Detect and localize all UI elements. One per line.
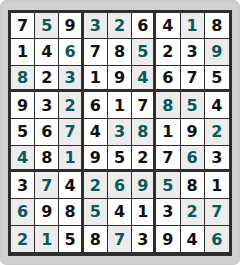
cell-r2c4[interactable]: 7 — [84, 39, 108, 66]
cell-r1c9[interactable]: 8 — [205, 13, 229, 40]
cell-r9c3[interactable]: 5 — [59, 226, 83, 253]
cell-r7c9[interactable]: 1 — [205, 172, 229, 199]
cell-r7c4[interactable]: 2 — [84, 172, 108, 199]
cell-r3c6[interactable]: 4 — [132, 66, 156, 93]
cell-r4c1[interactable]: 9 — [11, 92, 35, 119]
cell-r5c1[interactable]: 5 — [11, 119, 35, 146]
cell-r5c4[interactable]: 4 — [84, 119, 108, 146]
cell-r1c1[interactable]: 7 — [11, 13, 35, 40]
cell-r5c6[interactable]: 8 — [132, 119, 156, 146]
cell-r8c3[interactable]: 8 — [59, 199, 83, 226]
cell-r2c5[interactable]: 8 — [108, 39, 132, 66]
cell-r1c7[interactable]: 4 — [156, 13, 180, 40]
cell-r3c7[interactable]: 6 — [156, 66, 180, 93]
cell-r8c2[interactable]: 9 — [35, 199, 59, 226]
cell-r6c2[interactable]: 8 — [35, 146, 59, 173]
cell-r2c8[interactable]: 3 — [181, 39, 205, 66]
cell-r8c5[interactable]: 4 — [108, 199, 132, 226]
cell-r9c7[interactable]: 9 — [156, 226, 180, 253]
cell-r6c8[interactable]: 6 — [181, 146, 205, 173]
cell-r3c9[interactable]: 5 — [205, 66, 229, 93]
cell-r3c8[interactable]: 7 — [181, 66, 205, 93]
cell-r5c3[interactable]: 7 — [59, 119, 83, 146]
cell-r1c6[interactable]: 6 — [132, 13, 156, 40]
cell-r9c9[interactable]: 6 — [205, 226, 229, 253]
cell-r2c3[interactable]: 6 — [59, 39, 83, 66]
cell-r4c6[interactable]: 7 — [132, 92, 156, 119]
cell-r2c7[interactable]: 2 — [156, 39, 180, 66]
cell-r7c7[interactable]: 5 — [156, 172, 180, 199]
cell-r4c9[interactable]: 4 — [205, 92, 229, 119]
cell-r9c4[interactable]: 8 — [84, 226, 108, 253]
cell-r4c4[interactable]: 6 — [84, 92, 108, 119]
cell-r3c2[interactable]: 2 — [35, 66, 59, 93]
cell-r6c6[interactable]: 2 — [132, 146, 156, 173]
cell-r6c9[interactable]: 3 — [205, 146, 229, 173]
cell-r4c5[interactable]: 1 — [108, 92, 132, 119]
cell-r8c8[interactable]: 2 — [181, 199, 205, 226]
cell-r1c5[interactable]: 2 — [108, 13, 132, 40]
cell-r1c2[interactable]: 5 — [35, 13, 59, 40]
cell-r1c4[interactable]: 3 — [84, 13, 108, 40]
cell-r4c7[interactable]: 8 — [156, 92, 180, 119]
cell-r2c2[interactable]: 4 — [35, 39, 59, 66]
cell-r8c1[interactable]: 6 — [11, 199, 35, 226]
cell-r3c5[interactable]: 9 — [108, 66, 132, 93]
cell-r7c8[interactable]: 8 — [181, 172, 205, 199]
cell-r7c3[interactable]: 4 — [59, 172, 83, 199]
cell-r5c8[interactable]: 9 — [181, 119, 205, 146]
cell-r6c3[interactable]: 1 — [59, 146, 83, 173]
cell-r7c1[interactable]: 3 — [11, 172, 35, 199]
cell-r4c3[interactable]: 2 — [59, 92, 83, 119]
cell-r2c1[interactable]: 1 — [11, 39, 35, 66]
cell-r2c6[interactable]: 5 — [132, 39, 156, 66]
cell-r3c4[interactable]: 1 — [84, 66, 108, 93]
cell-r1c8[interactable]: 1 — [181, 13, 205, 40]
sudoku-panel: 7593264181467852398231946759326178545674… — [0, 0, 240, 265]
cell-r8c6[interactable]: 1 — [132, 199, 156, 226]
cell-r5c5[interactable]: 3 — [108, 119, 132, 146]
sudoku-board: 7593264181467852398231946759326178545674… — [8, 10, 232, 256]
cell-r5c7[interactable]: 1 — [156, 119, 180, 146]
cell-r7c5[interactable]: 6 — [108, 172, 132, 199]
cell-r9c1[interactable]: 2 — [11, 226, 35, 253]
cell-r4c2[interactable]: 3 — [35, 92, 59, 119]
cell-r6c1[interactable]: 4 — [11, 146, 35, 173]
cell-r1c3[interactable]: 9 — [59, 13, 83, 40]
cell-r9c5[interactable]: 7 — [108, 226, 132, 253]
cell-r9c8[interactable]: 4 — [181, 226, 205, 253]
cell-r2c9[interactable]: 9 — [205, 39, 229, 66]
cell-r8c9[interactable]: 7 — [205, 199, 229, 226]
cell-r5c9[interactable]: 2 — [205, 119, 229, 146]
cell-r6c7[interactable]: 7 — [156, 146, 180, 173]
cell-r6c5[interactable]: 5 — [108, 146, 132, 173]
cell-r9c2[interactable]: 1 — [35, 226, 59, 253]
cell-r3c1[interactable]: 8 — [11, 66, 35, 93]
cell-r8c7[interactable]: 3 — [156, 199, 180, 226]
cell-r8c4[interactable]: 5 — [84, 199, 108, 226]
cell-r4c8[interactable]: 5 — [181, 92, 205, 119]
cell-r7c6[interactable]: 9 — [132, 172, 156, 199]
cell-r7c2[interactable]: 7 — [35, 172, 59, 199]
cell-r6c4[interactable]: 9 — [84, 146, 108, 173]
cell-r9c6[interactable]: 3 — [132, 226, 156, 253]
cell-r5c2[interactable]: 6 — [35, 119, 59, 146]
cell-r3c3[interactable]: 3 — [59, 66, 83, 93]
